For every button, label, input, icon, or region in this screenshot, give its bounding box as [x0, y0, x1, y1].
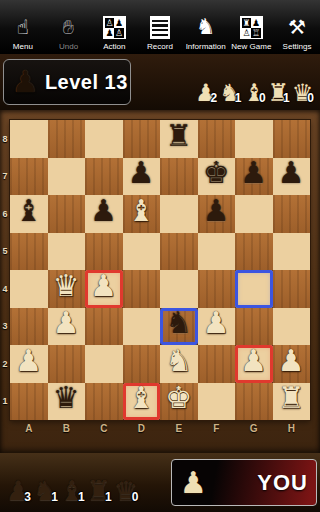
square-g6[interactable]: [235, 195, 273, 233]
open-hand-icon: ✋︎: [63, 12, 74, 42]
square-f2[interactable]: [198, 345, 236, 383]
square-b8[interactable]: [48, 120, 86, 158]
knight-icon: ♞: [196, 12, 216, 42]
square-e7[interactable]: [160, 158, 198, 196]
square-g8[interactable]: [235, 120, 273, 158]
square-a1[interactable]: [10, 383, 48, 421]
square-h2[interactable]: ♟: [273, 345, 311, 383]
piece-black-queen: ♛: [53, 383, 80, 413]
captured-white-bishop-count: 0: [259, 91, 266, 105]
square-c7[interactable]: [85, 158, 123, 196]
square-a8[interactable]: [10, 120, 48, 158]
captured-white-pawn-count: 2: [211, 91, 218, 105]
settings-label: Settings: [283, 42, 312, 51]
square-f6[interactable]: ♟: [198, 195, 236, 233]
undo-label: Undo: [59, 42, 78, 51]
pointing-hand-icon: ☝: [17, 12, 29, 42]
file-label-f: F: [198, 423, 236, 439]
square-e2[interactable]: ♞: [160, 345, 198, 383]
menu-label: Menu: [13, 42, 33, 51]
square-d3[interactable]: [123, 308, 161, 346]
square-h1[interactable]: ♜: [273, 383, 311, 421]
information-label: Information: [186, 42, 226, 51]
piece-black-knight: ♞: [165, 308, 192, 338]
captured-black-bishop-count: 1: [78, 490, 85, 504]
square-f1[interactable]: [198, 383, 236, 421]
square-f7[interactable]: ♚: [198, 158, 236, 196]
square-h6[interactable]: [273, 195, 311, 233]
square-a5[interactable]: [10, 233, 48, 271]
piece-white-pawn: ♟: [15, 346, 42, 376]
piece-black-pawn: ♟: [240, 158, 267, 188]
board-frame: ♜♟♚♟♟♝♟♝♟♛♟♟♞♟♟♞♟♟♛♝♚♜ 87654321 ABCDEFGH: [0, 110, 320, 453]
captured-white-pieces-tray: ♟2♞1♝0♜1♛0: [195, 81, 316, 105]
square-d1[interactable]: ♝: [123, 383, 161, 421]
square-c5[interactable]: [85, 233, 123, 271]
square-e6[interactable]: [160, 195, 198, 233]
black-pawn-icon: ♟: [12, 67, 39, 97]
new-game-label: New Game: [231, 42, 271, 51]
level-label: Level 13: [45, 71, 128, 94]
square-b2[interactable]: [48, 345, 86, 383]
piece-white-pawn: ♟: [90, 271, 117, 301]
square-a3[interactable]: [10, 308, 48, 346]
rank-label-2: 2: [0, 345, 10, 383]
document-lines-icon: [150, 12, 170, 42]
square-b4[interactable]: ♛: [48, 270, 86, 308]
square-b3[interactable]: ♟: [48, 308, 86, 346]
chess-board: ♜♟♚♟♟♝♟♝♟♛♟♟♞♟♟♞♟♟♛♝♚♜: [10, 120, 310, 420]
white-pawn-icon: ♟: [180, 468, 207, 498]
file-label-d: D: [123, 423, 161, 439]
piece-white-king: ♚: [165, 383, 192, 413]
square-c8[interactable]: [85, 120, 123, 158]
file-label-e: E: [160, 423, 198, 439]
square-h3[interactable]: [273, 308, 311, 346]
piece-white-pawn: ♟: [278, 346, 305, 376]
square-e4[interactable]: [160, 270, 198, 308]
captured-black-knight-count: 1: [51, 490, 58, 504]
square-e1[interactable]: ♚: [160, 383, 198, 421]
square-c2[interactable]: [85, 345, 123, 383]
square-a4[interactable]: [10, 270, 48, 308]
tools-icon: ⚒: [288, 12, 306, 42]
piece-black-pawn: ♟: [203, 196, 230, 226]
square-f3[interactable]: ♟: [198, 308, 236, 346]
square-b5[interactable]: [48, 233, 86, 271]
file-label-h: H: [273, 423, 311, 439]
square-g3[interactable]: [235, 308, 273, 346]
new-game-button[interactable]: ♜♟♙♖ New Game: [229, 1, 274, 51]
captured-white-knight-count: 1: [235, 91, 242, 105]
file-label-b: B: [48, 423, 86, 439]
square-b7[interactable]: [48, 158, 86, 196]
player-bar: ♟3♞1♝1♜1♛0 ♟ YOU: [0, 453, 320, 512]
square-c4[interactable]: ♟: [85, 270, 123, 308]
captured-white-queen-count: 0: [307, 91, 314, 105]
you-panel: ♟ YOU: [171, 459, 317, 506]
piece-white-pawn: ♟: [53, 308, 80, 338]
piece-black-king: ♚: [203, 158, 230, 188]
piece-black-bishop: ♝: [15, 196, 42, 226]
square-d7[interactable]: ♟: [123, 158, 161, 196]
piece-white-pawn: ♟: [203, 308, 230, 338]
square-b1[interactable]: ♛: [48, 383, 86, 421]
rank-label-6: 6: [0, 195, 10, 233]
square-c3[interactable]: [85, 308, 123, 346]
captured-black-queen-count: 0: [132, 490, 139, 504]
square-d5[interactable]: [123, 233, 161, 271]
chess-app: ☝ Menu ✋︎ Undo ♙♟♟♙ Action Record ♞ Info…: [0, 0, 320, 512]
square-e8[interactable]: ♜: [160, 120, 198, 158]
square-d8[interactable]: [123, 120, 161, 158]
file-label-a: A: [10, 423, 48, 439]
piece-white-bishop: ♝: [128, 383, 155, 413]
captured-black-rook-count: 1: [105, 490, 112, 504]
square-a6[interactable]: ♝: [10, 195, 48, 233]
board-new-icon: ♜♟♙♖: [240, 12, 263, 42]
square-e5[interactable]: [160, 233, 198, 271]
square-e3[interactable]: ♞: [160, 308, 198, 346]
undo-button[interactable]: ✋︎ Undo: [46, 1, 91, 51]
rank-label-1: 1: [0, 383, 10, 421]
square-g4[interactable]: [235, 270, 273, 308]
square-g7[interactable]: ♟: [235, 158, 273, 196]
rank-label-7: 7: [0, 158, 10, 196]
piece-black-rook: ♜: [165, 121, 192, 151]
menu-button[interactable]: ☝ Menu: [0, 1, 45, 51]
square-d6[interactable]: ♝: [123, 195, 161, 233]
square-h7[interactable]: ♟: [273, 158, 311, 196]
square-c6[interactable]: ♟: [85, 195, 123, 233]
square-h4[interactable]: [273, 270, 311, 308]
piece-white-rook: ♜: [278, 383, 305, 413]
square-c1[interactable]: [85, 383, 123, 421]
record-button[interactable]: Record: [137, 1, 182, 51]
level-panel[interactable]: ♟ Level 13: [3, 59, 131, 105]
square-g2[interactable]: ♟: [235, 345, 273, 383]
captured-black-pawn-count: 3: [24, 490, 31, 504]
square-d4[interactable]: [123, 270, 161, 308]
square-g5[interactable]: [235, 233, 273, 271]
piece-black-pawn: ♟: [278, 158, 305, 188]
file-labels: ABCDEFGH: [10, 423, 310, 439]
piece-white-queen: ♛: [53, 271, 80, 301]
square-a2[interactable]: ♟: [10, 345, 48, 383]
rank-label-3: 3: [0, 308, 10, 346]
action-label: Action: [103, 42, 125, 51]
rank-label-5: 5: [0, 233, 10, 271]
piece-black-pawn: ♟: [90, 196, 117, 226]
square-h8[interactable]: [273, 120, 311, 158]
square-f4[interactable]: [198, 270, 236, 308]
piece-white-knight: ♞: [165, 346, 192, 376]
square-b6[interactable]: [48, 195, 86, 233]
square-g1[interactable]: [235, 383, 273, 421]
square-h5[interactable]: [273, 233, 311, 271]
toolbar: ☝ Menu ✋︎ Undo ♙♟♟♙ Action Record ♞ Info…: [0, 0, 320, 54]
square-a7[interactable]: [10, 158, 48, 196]
square-f5[interactable]: [198, 233, 236, 271]
opponent-bar: ♟ Level 13 ♟2♞1♝0♜1♛0: [0, 54, 320, 110]
piece-black-pawn: ♟: [128, 158, 155, 188]
captured-black-pieces-tray: ♟3♞1♝1♜1♛0: [6, 477, 141, 504]
board-pieces-icon: ♙♟♟♙: [103, 12, 126, 42]
file-label-g: G: [235, 423, 273, 439]
information-button[interactable]: ♞ Information: [183, 1, 228, 51]
settings-button[interactable]: ⚒ Settings: [275, 1, 320, 51]
piece-white-pawn: ♟: [240, 346, 267, 376]
square-d2[interactable]: [123, 345, 161, 383]
file-label-c: C: [85, 423, 123, 439]
action-button[interactable]: ♙♟♟♙ Action: [92, 1, 137, 51]
piece-white-bishop: ♝: [128, 196, 155, 226]
you-label: YOU: [207, 470, 308, 496]
square-f8[interactable]: [198, 120, 236, 158]
rank-label-4: 4: [0, 270, 10, 308]
rank-label-8: 8: [0, 120, 10, 158]
record-label: Record: [147, 42, 173, 51]
captured-white-rook-count: 1: [283, 91, 290, 105]
